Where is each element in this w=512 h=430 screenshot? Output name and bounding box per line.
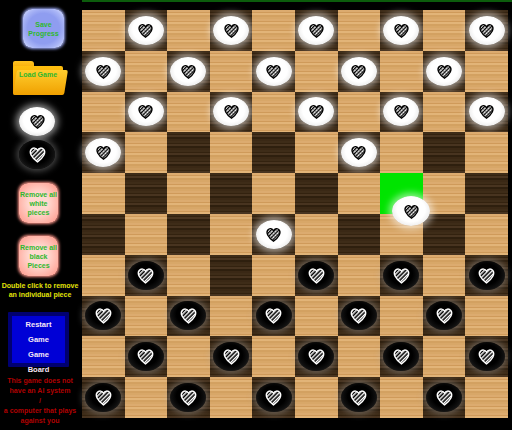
board-cell[interactable] bbox=[210, 214, 253, 255]
board-cell[interactable] bbox=[295, 173, 338, 214]
white-checker-piece-icon[interactable] bbox=[19, 107, 55, 136]
board-cell[interactable] bbox=[82, 173, 125, 214]
board-cell[interactable] bbox=[252, 92, 295, 133]
restart-line2: Game Board bbox=[18, 347, 59, 377]
black-piece[interactable] bbox=[426, 383, 462, 412]
remove-all-black-button[interactable]: Remove all black Pieces bbox=[19, 236, 58, 276]
board-cell[interactable] bbox=[295, 214, 338, 255]
board-cell[interactable] bbox=[295, 10, 338, 51]
board-cell[interactable] bbox=[465, 51, 508, 92]
black-piece[interactable] bbox=[469, 342, 505, 371]
heart-icon bbox=[391, 102, 412, 121]
board-cell[interactable] bbox=[252, 377, 295, 418]
white-piece[interactable] bbox=[213, 16, 249, 45]
board-cell[interactable] bbox=[295, 296, 338, 337]
heart-icon bbox=[390, 346, 413, 367]
heart-icon bbox=[347, 305, 370, 326]
board-cell[interactable] bbox=[125, 92, 168, 133]
board-cell[interactable] bbox=[252, 51, 295, 92]
heart-icon bbox=[262, 305, 285, 326]
heart-icon bbox=[263, 225, 284, 244]
black-piece[interactable] bbox=[85, 383, 121, 412]
heart-icon bbox=[433, 387, 456, 408]
save-progress-button[interactable]: Save Progress bbox=[23, 9, 64, 48]
black-piece[interactable] bbox=[256, 301, 292, 330]
black-piece[interactable] bbox=[298, 342, 334, 371]
board-cell[interactable] bbox=[210, 336, 253, 377]
heart-icon bbox=[134, 346, 157, 367]
board-cell[interactable] bbox=[338, 132, 381, 173]
black-piece[interactable] bbox=[170, 301, 206, 330]
black-piece[interactable] bbox=[128, 342, 164, 371]
board-cell[interactable] bbox=[295, 51, 338, 92]
board-cell[interactable] bbox=[380, 296, 423, 337]
white-piece[interactable] bbox=[213, 97, 249, 126]
board-cell[interactable] bbox=[125, 255, 168, 296]
board-cell[interactable] bbox=[295, 377, 338, 418]
black-piece[interactable] bbox=[213, 342, 249, 371]
heart-icon bbox=[475, 346, 498, 367]
board-cell[interactable] bbox=[252, 214, 295, 255]
ai-disclaimer: This game does not have an AI system / a… bbox=[0, 376, 80, 426]
board-cell[interactable] bbox=[82, 336, 125, 377]
board-cell[interactable] bbox=[338, 173, 381, 214]
board-cell[interactable] bbox=[125, 214, 168, 255]
board-cell[interactable] bbox=[465, 173, 508, 214]
heart-icon bbox=[262, 387, 285, 408]
white-piece[interactable] bbox=[85, 57, 121, 86]
board-cell[interactable] bbox=[210, 10, 253, 51]
white-piece[interactable] bbox=[298, 16, 334, 45]
heart-icon bbox=[134, 265, 157, 286]
board-cell[interactable] bbox=[380, 132, 423, 173]
load-game-label: Load Game bbox=[13, 70, 63, 79]
board-cell[interactable] bbox=[125, 173, 168, 214]
heart-icon bbox=[177, 305, 200, 326]
white-piece[interactable] bbox=[469, 97, 505, 126]
board bbox=[82, 10, 508, 418]
heart-icon bbox=[348, 143, 369, 162]
heart-icon bbox=[433, 305, 456, 326]
board-cell[interactable] bbox=[167, 214, 210, 255]
board-cell[interactable] bbox=[210, 255, 253, 296]
heart-icon bbox=[306, 21, 327, 40]
board-cell[interactable] bbox=[252, 10, 295, 51]
board-cell[interactable] bbox=[252, 255, 295, 296]
board-cell[interactable] bbox=[167, 255, 210, 296]
board-cell[interactable] bbox=[380, 377, 423, 418]
heart-icon bbox=[305, 346, 328, 367]
heart-icon bbox=[475, 265, 498, 286]
board-cell[interactable] bbox=[380, 51, 423, 92]
white-piece[interactable] bbox=[383, 97, 419, 126]
heart-icon bbox=[434, 62, 455, 81]
black-checker-piece-icon[interactable] bbox=[19, 140, 55, 169]
heart-icon bbox=[390, 265, 413, 286]
black-piece[interactable] bbox=[341, 301, 377, 330]
black-piece[interactable] bbox=[128, 261, 164, 290]
restart-line1: Restart Game bbox=[18, 317, 59, 347]
board-cell[interactable] bbox=[380, 10, 423, 51]
board-cell[interactable] bbox=[423, 336, 466, 377]
board-cell[interactable] bbox=[167, 173, 210, 214]
heart-icon bbox=[391, 21, 412, 40]
heart-icon bbox=[476, 102, 497, 121]
heart-icon bbox=[27, 112, 48, 131]
black-piece[interactable] bbox=[383, 342, 419, 371]
board-cell[interactable] bbox=[465, 214, 508, 255]
heart-icon bbox=[178, 62, 199, 81]
heart-icon bbox=[93, 143, 114, 162]
heart-icon bbox=[93, 62, 114, 81]
board-cell[interactable] bbox=[167, 296, 210, 337]
heart-icon bbox=[220, 346, 243, 367]
board-cell[interactable] bbox=[210, 51, 253, 92]
board-cell[interactable] bbox=[338, 92, 381, 133]
black-piece[interactable] bbox=[170, 383, 206, 412]
heart-icon bbox=[305, 265, 328, 286]
board-cell[interactable] bbox=[338, 214, 381, 255]
board-cell[interactable] bbox=[423, 214, 466, 255]
white-piece[interactable] bbox=[128, 16, 164, 45]
board-cell[interactable] bbox=[210, 92, 253, 133]
heart-icon bbox=[92, 305, 115, 326]
heart-icon bbox=[347, 387, 370, 408]
board-cell[interactable] bbox=[423, 132, 466, 173]
heart-icon bbox=[476, 21, 497, 40]
white-piece[interactable] bbox=[426, 57, 462, 86]
sidebar: Save Progress Load Game Remove all white… bbox=[0, 0, 82, 430]
board-cell[interactable] bbox=[82, 255, 125, 296]
heart-icon bbox=[135, 102, 156, 121]
board-cell[interactable] bbox=[252, 173, 295, 214]
remove-piece-hint: Double click to remove an individual pie… bbox=[0, 281, 80, 299]
board-cell[interactable] bbox=[423, 377, 466, 418]
board-cell[interactable] bbox=[252, 132, 295, 173]
heart-icon bbox=[221, 21, 242, 40]
board-cell[interactable] bbox=[423, 255, 466, 296]
board-cell[interactable] bbox=[82, 51, 125, 92]
white-piece[interactable] bbox=[256, 220, 292, 249]
board-cell[interactable] bbox=[125, 336, 168, 377]
black-piece[interactable] bbox=[383, 261, 419, 290]
heart-icon bbox=[221, 102, 242, 121]
board-cell[interactable] bbox=[252, 336, 295, 377]
restart-game-button[interactable]: Restart Game Game Board bbox=[8, 312, 69, 367]
board-cell[interactable] bbox=[295, 92, 338, 133]
board-cell[interactable] bbox=[167, 92, 210, 133]
board-cell[interactable] bbox=[167, 51, 210, 92]
board-cell[interactable] bbox=[82, 132, 125, 173]
board-cell[interactable] bbox=[125, 377, 168, 418]
board-cell[interactable] bbox=[338, 336, 381, 377]
heart-icon bbox=[263, 62, 284, 81]
white-piece[interactable] bbox=[128, 97, 164, 126]
board-cell[interactable] bbox=[295, 336, 338, 377]
heart-icon bbox=[401, 202, 422, 221]
white-piece[interactable] bbox=[256, 57, 292, 86]
board-cell[interactable] bbox=[210, 377, 253, 418]
board-cell[interactable] bbox=[465, 92, 508, 133]
board-cell[interactable] bbox=[167, 336, 210, 377]
board-cell[interactable] bbox=[423, 296, 466, 337]
board-cell[interactable] bbox=[380, 336, 423, 377]
white-piece[interactable] bbox=[469, 16, 505, 45]
heart-icon bbox=[135, 21, 156, 40]
board-cell[interactable] bbox=[380, 92, 423, 133]
remove-all-white-button[interactable]: Remove all white pieces bbox=[19, 183, 58, 223]
white-piece[interactable] bbox=[383, 16, 419, 45]
board-cell[interactable] bbox=[125, 51, 168, 92]
board-cell[interactable] bbox=[210, 173, 253, 214]
black-piece[interactable] bbox=[298, 261, 334, 290]
board-cell[interactable] bbox=[210, 132, 253, 173]
board-cell[interactable] bbox=[82, 92, 125, 133]
board-cell[interactable] bbox=[423, 92, 466, 133]
black-piece[interactable] bbox=[341, 383, 377, 412]
board-cell[interactable] bbox=[465, 10, 508, 51]
white-piece[interactable] bbox=[170, 57, 206, 86]
board-cell[interactable] bbox=[380, 255, 423, 296]
board-cell[interactable] bbox=[82, 377, 125, 418]
board-cell[interactable] bbox=[252, 296, 295, 337]
board-cell[interactable] bbox=[465, 255, 508, 296]
load-game-button[interactable]: Load Game bbox=[13, 61, 63, 95]
board-cell[interactable] bbox=[465, 296, 508, 337]
board-cell[interactable] bbox=[167, 377, 210, 418]
board-cell[interactable] bbox=[423, 10, 466, 51]
black-piece[interactable] bbox=[426, 301, 462, 330]
board-cell[interactable] bbox=[338, 10, 381, 51]
board-cell[interactable] bbox=[82, 214, 125, 255]
white-piece[interactable] bbox=[341, 57, 377, 86]
black-piece[interactable] bbox=[256, 383, 292, 412]
board-cell[interactable] bbox=[338, 255, 381, 296]
board-cell[interactable] bbox=[423, 51, 466, 92]
board-cell[interactable] bbox=[295, 255, 338, 296]
board-cell[interactable] bbox=[465, 132, 508, 173]
board-cell[interactable] bbox=[338, 296, 381, 337]
heart-icon bbox=[92, 387, 115, 408]
black-piece[interactable] bbox=[85, 301, 121, 330]
board-cell[interactable] bbox=[82, 10, 125, 51]
board-cell[interactable] bbox=[465, 377, 508, 418]
board-cell[interactable] bbox=[338, 51, 381, 92]
heart-icon bbox=[26, 144, 49, 165]
board-cell[interactable] bbox=[125, 132, 168, 173]
white-piece[interactable] bbox=[298, 97, 334, 126]
board-cell[interactable] bbox=[210, 296, 253, 337]
heart-icon bbox=[348, 62, 369, 81]
board-cell[interactable] bbox=[167, 10, 210, 51]
board-cell[interactable] bbox=[82, 296, 125, 337]
board-cell[interactable] bbox=[167, 132, 210, 173]
black-piece[interactable] bbox=[469, 261, 505, 290]
board-cell[interactable] bbox=[338, 377, 381, 418]
board-cell[interactable] bbox=[465, 336, 508, 377]
board-cell[interactable] bbox=[295, 132, 338, 173]
heart-icon bbox=[177, 387, 200, 408]
board-cell[interactable] bbox=[125, 296, 168, 337]
white-piece[interactable] bbox=[341, 138, 377, 167]
heart-icon bbox=[306, 102, 327, 121]
dragged-white-piece[interactable] bbox=[392, 196, 430, 226]
board-cell[interactable] bbox=[125, 10, 168, 51]
white-piece[interactable] bbox=[85, 138, 121, 167]
